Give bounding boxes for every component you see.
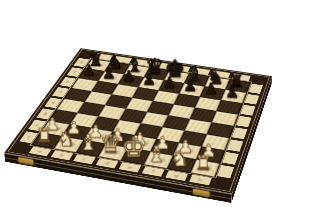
piece-black-pawn[interactable]: ♟ bbox=[99, 66, 120, 81]
board-top-face: abcdefgh 87654321 ♜♞♝♛♚♝♞♜♟♟♟♟♟♟♟♟♟♟♟♟♟♟… bbox=[4, 48, 272, 194]
brass-clasp-right bbox=[193, 189, 210, 198]
piece-white-bishop[interactable]: ♝ bbox=[144, 143, 168, 165]
piece-black-pawn[interactable]: ♟ bbox=[159, 75, 180, 90]
piece-black-pawn[interactable]: ♟ bbox=[221, 85, 243, 101]
product-photo-scene: abcdefgh 87654321 ♜♞♝♛♚♝♞♜♟♟♟♟♟♟♟♟♟♟♟♟♟♟… bbox=[0, 0, 310, 207]
square-h6[interactable] bbox=[216, 100, 242, 114]
piece-black-pawn[interactable]: ♟ bbox=[118, 69, 139, 84]
piece-white-queen[interactable]: ♛ bbox=[99, 132, 123, 157]
piece-black-pawn[interactable]: ♟ bbox=[139, 72, 160, 87]
piece-white-rook[interactable]: ♜ bbox=[191, 153, 215, 173]
square-b4[interactable] bbox=[77, 102, 105, 116]
square-a4[interactable] bbox=[57, 99, 85, 113]
piece-white-bishop[interactable]: ♝ bbox=[76, 132, 100, 153]
piece-black-pawn[interactable]: ♟ bbox=[180, 78, 201, 94]
chess-board: abcdefgh 87654321 ♜♞♝♛♚♝♞♜♟♟♟♟♟♟♟♟♟♟♟♟♟♟… bbox=[4, 48, 272, 194]
brass-clasp-left bbox=[18, 157, 33, 165]
piece-black-pawn[interactable]: ♟ bbox=[200, 82, 221, 98]
square-d6[interactable] bbox=[132, 87, 158, 101]
piece-white-knight[interactable]: ♞ bbox=[54, 129, 77, 149]
piece-white-king[interactable]: ♚ bbox=[121, 134, 145, 161]
piece-white-rook[interactable]: ♜ bbox=[33, 126, 56, 145]
piece-white-knight[interactable]: ♞ bbox=[168, 148, 192, 169]
